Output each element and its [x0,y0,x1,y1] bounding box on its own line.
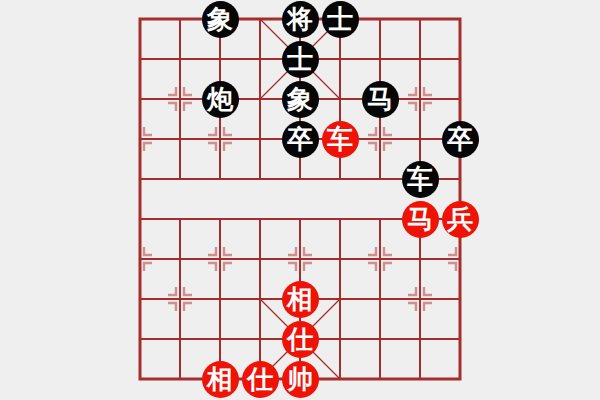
piece-black-soldier[interactable]: 卒 [280,119,320,159]
piece-glyph: 相 [202,361,239,398]
piece-black-elephant[interactable]: 象 [200,0,240,39]
piece-red-horse[interactable]: 马 [400,199,440,239]
piece-glyph: 车 [402,161,439,198]
piece-black-chariot[interactable]: 车 [400,159,440,199]
pieces-layer: 象将士士炮象马卒车卒车马兵相仕相仕帅 [120,0,480,399]
xiangqi-board: 象将士士炮象马卒车卒车马兵相仕相仕帅 [0,0,600,400]
piece-black-advisor[interactable]: 士 [280,39,320,79]
piece-red-advisor[interactable]: 仕 [280,319,320,359]
piece-glyph: 兵 [442,201,479,238]
piece-red-general[interactable]: 帅 [280,359,320,399]
piece-glyph: 帅 [282,361,319,398]
piece-black-cannon[interactable]: 炮 [200,79,240,119]
piece-glyph: 仕 [282,321,319,358]
piece-black-soldier[interactable]: 卒 [440,119,480,159]
piece-glyph: 象 [202,1,239,38]
piece-black-elephant[interactable]: 象 [280,79,320,119]
piece-glyph: 车 [322,121,359,158]
piece-glyph: 士 [282,41,319,78]
piece-black-advisor[interactable]: 士 [320,0,360,39]
piece-glyph: 卒 [282,121,319,158]
piece-glyph: 士 [322,1,359,38]
piece-black-general[interactable]: 将 [280,0,320,39]
piece-glyph: 马 [402,201,439,238]
piece-glyph: 马 [362,81,399,118]
piece-glyph: 相 [282,281,319,318]
piece-glyph: 将 [282,1,319,38]
piece-red-elephant[interactable]: 相 [200,359,240,399]
piece-red-elephant[interactable]: 相 [280,279,320,319]
piece-glyph: 卒 [442,121,479,158]
piece-black-horse[interactable]: 马 [360,79,400,119]
piece-glyph: 炮 [202,81,239,118]
piece-red-advisor[interactable]: 仕 [240,359,280,399]
piece-red-soldier[interactable]: 兵 [440,199,480,239]
piece-red-chariot[interactable]: 车 [320,119,360,159]
piece-glyph: 仕 [242,361,279,398]
piece-glyph: 象 [282,81,319,118]
